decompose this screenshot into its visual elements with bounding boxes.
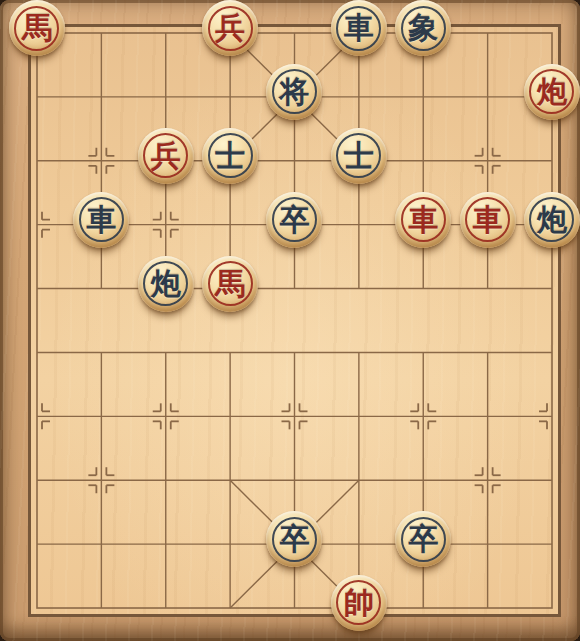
board-point[interactable] [327,512,391,576]
board-point[interactable] [5,129,69,193]
piece-glyph: 炮 [537,205,567,235]
piece-black-cannon[interactable]: 炮 [524,192,580,248]
piece-glyph: 車 [344,13,374,43]
board-point[interactable] [5,257,69,321]
piece-red-chariot[interactable]: 車 [395,192,451,248]
piece-black-chariot[interactable]: 車 [73,192,129,248]
board-point[interactable] [134,576,198,640]
board-point[interactable] [391,129,455,193]
board-point[interactable] [391,257,455,321]
board-point[interactable] [455,320,519,384]
piece-black-elephant[interactable]: 象 [395,0,451,56]
board-point[interactable]: 卒 [262,512,326,576]
board-point[interactable] [455,129,519,193]
board-point[interactable] [520,448,580,512]
board-point[interactable]: 象 [391,1,455,65]
board-point[interactable] [262,384,326,448]
board-point[interactable] [520,384,580,448]
piece-black-cannon[interactable]: 炮 [138,256,194,312]
board-point[interactable]: 兵 [198,1,262,65]
piece-glyph: 兵 [151,141,181,171]
board-point[interactable] [327,193,391,257]
board-point[interactable] [262,129,326,193]
board-point[interactable] [5,193,69,257]
board-point[interactable]: 炮 [520,193,580,257]
board-point[interactable] [198,193,262,257]
board-point[interactable] [198,384,262,448]
board-point[interactable]: 車 [391,193,455,257]
board-point[interactable]: 炮 [134,257,198,321]
board-point[interactable] [327,257,391,321]
board-point[interactable] [69,129,133,193]
board-point[interactable] [5,320,69,384]
board-point[interactable] [5,384,69,448]
board-point[interactable] [520,576,580,640]
board-point[interactable] [391,65,455,129]
board-point[interactable]: 馬 [198,257,262,321]
piece-red-soldier[interactable]: 兵 [138,128,194,184]
board-point[interactable] [520,1,580,65]
board-point[interactable] [327,448,391,512]
board-point[interactable]: 士 [198,129,262,193]
board-point[interactable]: 士 [327,129,391,193]
board-point[interactable] [5,448,69,512]
piece-glyph: 士 [344,141,374,171]
piece-glyph: 馬 [215,269,245,299]
board-point[interactable] [520,320,580,384]
board-point[interactable] [69,384,133,448]
board-point[interactable] [455,65,519,129]
board-point[interactable]: 馬 [5,1,69,65]
board-point[interactable] [69,257,133,321]
board-point[interactable] [520,512,580,576]
piece-black-advisor[interactable]: 士 [202,128,258,184]
board-point[interactable]: 卒 [391,512,455,576]
piece-glyph: 馬 [22,13,52,43]
board-point[interactable] [262,320,326,384]
piece-glyph: 兵 [215,13,245,43]
board-point[interactable] [134,448,198,512]
piece-red-cannon[interactable]: 炮 [524,64,580,120]
board-point[interactable]: 車 [69,193,133,257]
board-grid: 馬兵車象将炮兵士士車卒車車炮炮馬卒卒帥 [5,1,580,640]
piece-glyph: 炮 [537,77,567,107]
piece-black-soldier[interactable]: 卒 [266,511,322,567]
piece-glyph: 士 [215,141,245,171]
piece-glyph: 卒 [279,205,309,235]
piece-black-soldier[interactable]: 卒 [266,192,322,248]
board-point[interactable] [455,257,519,321]
board-point[interactable] [134,512,198,576]
board-point[interactable] [5,512,69,576]
board-point[interactable] [198,320,262,384]
board-point[interactable] [391,576,455,640]
piece-red-horse[interactable]: 馬 [9,0,65,56]
board-point[interactable]: 炮 [520,65,580,129]
board-point[interactable] [198,576,262,640]
board-point[interactable] [69,320,133,384]
piece-glyph: 将 [279,77,309,107]
board-point[interactable]: 卒 [262,193,326,257]
board-point[interactable] [262,448,326,512]
piece-black-advisor[interactable]: 士 [331,128,387,184]
board-point[interactable] [455,384,519,448]
board-point[interactable] [327,320,391,384]
board-point[interactable] [520,129,580,193]
piece-red-chariot[interactable]: 車 [460,192,516,248]
board-point[interactable] [455,512,519,576]
board-point[interactable]: 兵 [134,129,198,193]
board-point[interactable] [455,576,519,640]
xiangqi-app: 馬兵車象将炮兵士士車卒車車炮炮馬卒卒帥 [0,0,580,641]
board-point[interactable] [327,384,391,448]
board-point[interactable] [134,193,198,257]
board-point[interactable] [391,384,455,448]
board-point[interactable] [69,448,133,512]
board-point[interactable] [391,448,455,512]
piece-black-soldier[interactable]: 卒 [395,511,451,567]
board-point[interactable] [262,257,326,321]
piece-black-general[interactable]: 将 [266,64,322,120]
piece-glyph: 卒 [279,524,309,554]
board-point[interactable]: 車 [455,193,519,257]
board-point[interactable] [134,320,198,384]
board-point[interactable] [198,65,262,129]
board-point[interactable] [327,65,391,129]
piece-glyph: 象 [408,13,438,43]
board-point[interactable] [69,1,133,65]
piece-glyph: 帥 [344,588,374,618]
board-point[interactable]: 車 [327,1,391,65]
piece-glyph: 車 [86,205,116,235]
board-point[interactable]: 将 [262,65,326,129]
board-point[interactable] [69,65,133,129]
board-point[interactable] [69,576,133,640]
piece-red-horse[interactable]: 馬 [202,256,258,312]
piece-glyph: 炮 [151,269,181,299]
piece-glyph: 車 [473,205,503,235]
piece-red-general[interactable]: 帥 [331,575,387,631]
board-point[interactable] [262,576,326,640]
board-point[interactable] [5,65,69,129]
board-point[interactable] [455,448,519,512]
board-point[interactable] [198,448,262,512]
board-point[interactable] [455,1,519,65]
board-point[interactable] [134,65,198,129]
board-point[interactable] [69,512,133,576]
board-point[interactable] [134,384,198,448]
board-point[interactable] [262,1,326,65]
piece-black-chariot[interactable]: 車 [331,0,387,56]
board-point[interactable] [198,512,262,576]
piece-glyph: 卒 [408,524,438,554]
piece-red-soldier[interactable]: 兵 [202,0,258,56]
piece-glyph: 車 [408,205,438,235]
board-point[interactable] [520,257,580,321]
board-point[interactable]: 帥 [327,576,391,640]
board-point[interactable] [391,320,455,384]
board-point[interactable] [134,1,198,65]
board-point[interactable] [5,576,69,640]
